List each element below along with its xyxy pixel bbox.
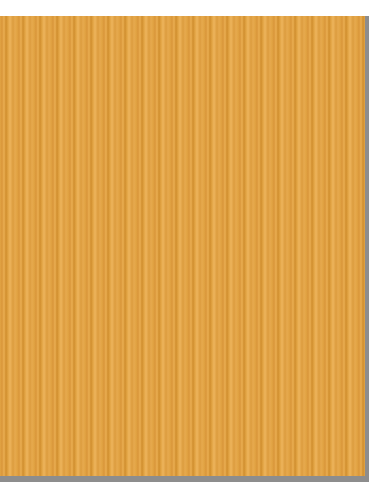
go-board[interactable] bbox=[0, 20, 356, 474]
go-app-window bbox=[0, 0, 380, 500]
goban-wood-surface bbox=[0, 16, 365, 476]
board-edge-shadow-right bbox=[365, 16, 369, 482]
board-edge-shadow-bottom bbox=[0, 476, 369, 482]
